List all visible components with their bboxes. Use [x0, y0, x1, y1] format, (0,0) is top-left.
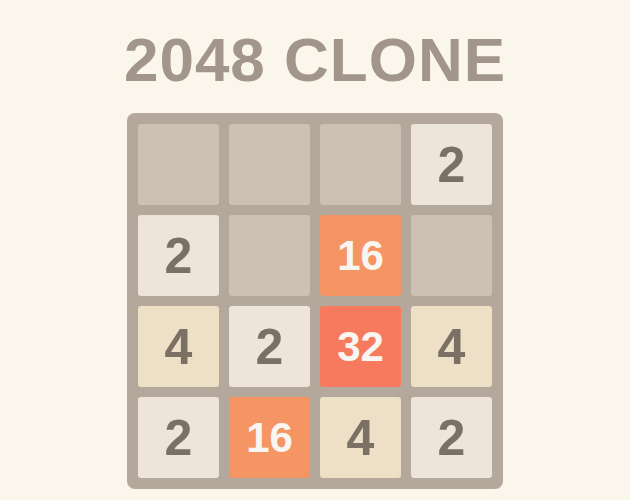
empty-cell	[229, 215, 310, 296]
tile-2: 2	[411, 397, 492, 478]
game-title: 2048 CLONE	[0, 24, 630, 95]
tile-2: 2	[229, 306, 310, 387]
tile-2: 2	[138, 215, 219, 296]
tile-2: 2	[138, 397, 219, 478]
tile-4: 4	[138, 306, 219, 387]
tile-4: 4	[411, 306, 492, 387]
tile-16: 16	[320, 215, 401, 296]
empty-cell	[229, 124, 310, 205]
empty-cell	[411, 215, 492, 296]
tile-4: 4	[320, 397, 401, 478]
empty-cell	[138, 124, 219, 205]
page-background: 2048 CLONE 22164232421642	[0, 0, 630, 500]
tile-2: 2	[411, 124, 492, 205]
empty-cell	[320, 124, 401, 205]
game-board[interactable]: 22164232421642	[127, 113, 503, 489]
tile-32: 32	[320, 306, 401, 387]
tile-16: 16	[229, 397, 310, 478]
